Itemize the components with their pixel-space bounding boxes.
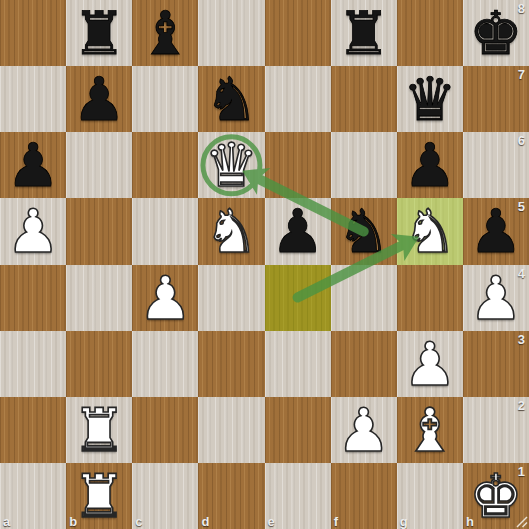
white-knight[interactable]: ♞ (198, 198, 264, 264)
white-rook[interactable]: ♜ (66, 463, 132, 529)
square-b2[interactable]: ♜ (66, 397, 132, 463)
square-g4[interactable] (397, 265, 463, 331)
square-a7[interactable] (0, 66, 66, 132)
square-h5[interactable]: ♟5 (463, 198, 529, 264)
square-h7[interactable]: 7 (463, 66, 529, 132)
file-label-g: g (400, 514, 408, 529)
square-b7[interactable]: ♟ (66, 66, 132, 132)
black-pawn[interactable]: ♟ (0, 132, 66, 198)
white-pawn[interactable]: ♟ (132, 265, 198, 331)
square-g6[interactable]: ♟ (397, 132, 463, 198)
square-f3[interactable] (331, 331, 397, 397)
square-g8[interactable] (397, 0, 463, 66)
square-h4[interactable]: ♟4 (463, 265, 529, 331)
square-e2[interactable] (265, 397, 331, 463)
square-c3[interactable] (132, 331, 198, 397)
board-resize-handle[interactable] (514, 514, 528, 528)
file-label-f: f (334, 514, 338, 529)
square-a3[interactable] (0, 331, 66, 397)
square-c7[interactable] (132, 66, 198, 132)
square-a1[interactable]: a (0, 463, 66, 529)
square-c8[interactable]: ♝ (132, 0, 198, 66)
square-c4[interactable]: ♟ (132, 265, 198, 331)
square-c1[interactable]: c (132, 463, 198, 529)
square-g1[interactable]: g (397, 463, 463, 529)
square-f8[interactable]: ♜ (331, 0, 397, 66)
square-g3[interactable]: ♟ (397, 331, 463, 397)
black-pawn[interactable]: ♟ (463, 198, 529, 264)
square-h3[interactable]: 3 (463, 331, 529, 397)
black-bishop[interactable]: ♝ (132, 0, 198, 66)
white-knight[interactable]: ♞ (397, 198, 463, 264)
square-d4[interactable] (198, 265, 264, 331)
black-rook[interactable]: ♜ (331, 0, 397, 66)
square-e6[interactable] (265, 132, 331, 198)
black-pawn[interactable]: ♟ (397, 132, 463, 198)
square-g7[interactable]: ♛ (397, 66, 463, 132)
black-queen[interactable]: ♛ (397, 66, 463, 132)
rank-label-2: 2 (518, 398, 525, 413)
file-label-a: a (3, 514, 10, 529)
square-e3[interactable] (265, 331, 331, 397)
black-knight[interactable]: ♞ (331, 198, 397, 264)
square-b8[interactable]: ♜ (66, 0, 132, 66)
square-d1[interactable]: d (198, 463, 264, 529)
square-e8[interactable] (265, 0, 331, 66)
file-label-e: e (268, 514, 275, 529)
rank-label-6: 6 (518, 133, 525, 148)
white-queen[interactable]: ♛ (198, 132, 264, 198)
white-bishop[interactable]: ♝ (397, 397, 463, 463)
square-d7[interactable]: ♞ (198, 66, 264, 132)
white-pawn[interactable]: ♟ (0, 198, 66, 264)
square-h8[interactable]: ♚8 (463, 0, 529, 66)
black-pawn[interactable]: ♟ (265, 198, 331, 264)
square-a8[interactable] (0, 0, 66, 66)
square-e1[interactable]: e (265, 463, 331, 529)
last-move-highlight (265, 265, 331, 331)
square-e7[interactable] (265, 66, 331, 132)
square-a6[interactable]: ♟ (0, 132, 66, 198)
square-b5[interactable] (66, 198, 132, 264)
square-b3[interactable] (66, 331, 132, 397)
square-c5[interactable] (132, 198, 198, 264)
square-f1[interactable]: f (331, 463, 397, 529)
square-d3[interactable] (198, 331, 264, 397)
rank-label-7: 7 (518, 67, 525, 82)
file-label-c: c (135, 514, 142, 529)
file-label-d: d (201, 514, 209, 529)
black-rook[interactable]: ♜ (66, 0, 132, 66)
square-d2[interactable] (198, 397, 264, 463)
white-pawn[interactable]: ♟ (331, 397, 397, 463)
black-king[interactable]: ♚ (463, 0, 529, 66)
white-rook[interactable]: ♜ (66, 397, 132, 463)
square-a5[interactable]: ♟ (0, 198, 66, 264)
square-d5[interactable]: ♞ (198, 198, 264, 264)
rank-label-3: 3 (518, 332, 525, 347)
board-squares: ♜♝♜♚8♟♞♛7♟♛♟6♟♞♟♞♞♟5♟♟4♟3♜♟♝2a♜bcdefg♚h1 (0, 0, 529, 529)
black-pawn[interactable]: ♟ (66, 66, 132, 132)
square-a4[interactable] (0, 265, 66, 331)
white-pawn[interactable]: ♟ (463, 265, 529, 331)
square-c2[interactable] (132, 397, 198, 463)
square-g5[interactable]: ♞ (397, 198, 463, 264)
square-b4[interactable] (66, 265, 132, 331)
square-e4[interactable] (265, 265, 331, 331)
square-a2[interactable] (0, 397, 66, 463)
square-d6[interactable]: ♛ (198, 132, 264, 198)
square-c6[interactable] (132, 132, 198, 198)
square-d8[interactable] (198, 0, 264, 66)
square-g2[interactable]: ♝ (397, 397, 463, 463)
square-b6[interactable] (66, 132, 132, 198)
square-f2[interactable]: ♟ (331, 397, 397, 463)
square-b1[interactable]: ♜b (66, 463, 132, 529)
black-knight[interactable]: ♞ (198, 66, 264, 132)
square-h6[interactable]: 6 (463, 132, 529, 198)
square-f7[interactable] (331, 66, 397, 132)
square-h2[interactable]: 2 (463, 397, 529, 463)
square-e5[interactable]: ♟ (265, 198, 331, 264)
square-f5[interactable]: ♞ (331, 198, 397, 264)
white-pawn[interactable]: ♟ (397, 331, 463, 397)
square-f6[interactable] (331, 132, 397, 198)
square-f4[interactable] (331, 265, 397, 331)
chess-board: ♜♝♜♚8♟♞♛7♟♛♟6♟♞♟♞♞♟5♟♟4♟3♜♟♝2a♜bcdefg♚h1 (0, 0, 529, 529)
